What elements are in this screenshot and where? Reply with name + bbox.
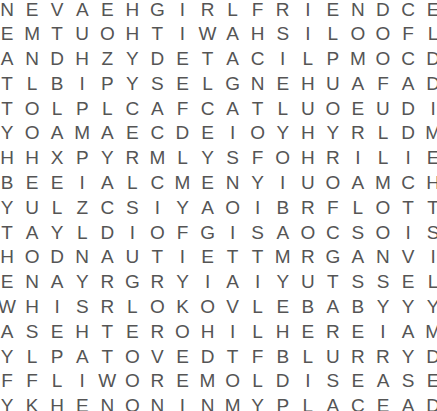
cell-r1c5[interactable]: E [95, 0, 120, 21]
cell-r12c17[interactable]: E [396, 269, 421, 294]
cell-r14c8[interactable]: O [170, 319, 195, 344]
cell-r8c8[interactable]: M [170, 170, 195, 195]
cell-r17c13[interactable]: L [295, 393, 320, 411]
cell-r5c1[interactable]: T [0, 96, 20, 121]
cell-r3c6[interactable]: Y [120, 46, 145, 71]
cell-r13c11[interactable]: L [245, 294, 270, 319]
cell-r16c8[interactable]: E [170, 369, 195, 394]
cell-r14c7[interactable]: R [145, 319, 170, 344]
cell-r2c15[interactable]: O [345, 21, 370, 46]
cell-r3c17[interactable]: C [396, 46, 421, 71]
cell-r10c10[interactable]: I [220, 220, 245, 245]
cell-r16c11[interactable]: L [245, 369, 270, 394]
cell-r14c11[interactable]: L [245, 319, 270, 344]
cell-r10c14[interactable]: C [320, 220, 345, 245]
cell-r4c12[interactable]: E [270, 71, 295, 96]
cell-r15c11[interactable]: F [245, 344, 270, 369]
cell-r15c15[interactable]: R [345, 344, 370, 369]
cell-r3c11[interactable]: C [245, 46, 270, 71]
cell-r12c18[interactable]: L [421, 269, 437, 294]
cell-r3c14[interactable]: P [320, 46, 345, 71]
cell-r9c17[interactable]: T [396, 195, 421, 220]
cell-r17c6[interactable]: O [120, 393, 145, 411]
cell-r8c14[interactable]: O [320, 170, 345, 195]
cell-r7c15[interactable]: I [345, 145, 370, 170]
cell-r5c7[interactable]: A [145, 96, 170, 121]
cell-r11c18[interactable]: I [421, 245, 437, 270]
cell-r1c1[interactable]: N [0, 0, 20, 21]
cell-r3c1[interactable]: A [0, 46, 20, 71]
cell-r7c5[interactable]: Y [95, 145, 120, 170]
cell-r5c13[interactable]: U [295, 96, 320, 121]
cell-r9c2[interactable]: U [20, 195, 45, 220]
cell-r1c9[interactable]: R [195, 0, 220, 21]
cell-r11c14[interactable]: G [320, 245, 345, 270]
cell-r7c1[interactable]: H [0, 145, 20, 170]
cell-r14c17[interactable]: A [396, 319, 421, 344]
cell-r13c6[interactable]: L [120, 294, 145, 319]
cell-r11c8[interactable]: I [170, 245, 195, 270]
cell-r15c8[interactable]: E [170, 344, 195, 369]
cell-r13c13[interactable]: B [295, 294, 320, 319]
cell-r2c2[interactable]: M [20, 21, 45, 46]
cell-r15c10[interactable]: T [220, 344, 245, 369]
cell-r7c18[interactable]: E [421, 145, 437, 170]
cell-r14c16[interactable]: I [370, 319, 395, 344]
cell-r12c16[interactable]: S [370, 269, 395, 294]
cell-r4c10[interactable]: G [220, 71, 245, 96]
cell-r2c6[interactable]: H [120, 21, 145, 46]
cell-r11c11[interactable]: T [245, 245, 270, 270]
cell-r10c5[interactable]: D [95, 220, 120, 245]
cell-r8c7[interactable]: C [145, 170, 170, 195]
cell-r1c11[interactable]: F [245, 0, 270, 21]
cell-r7c9[interactable]: Y [195, 145, 220, 170]
cell-r16c3[interactable]: L [45, 369, 70, 394]
cell-r17c17[interactable]: A [396, 393, 421, 411]
cell-r6c12[interactable]: Y [270, 121, 295, 146]
cell-r12c9[interactable]: I [195, 269, 220, 294]
cell-r17c3[interactable]: H [45, 393, 70, 411]
cell-r10c9[interactable]: G [195, 220, 220, 245]
cell-r9c18[interactable]: T [421, 195, 437, 220]
cell-r3c4[interactable]: H [70, 46, 95, 71]
cell-r5c12[interactable]: L [270, 96, 295, 121]
cell-r14c4[interactable]: H [70, 319, 95, 344]
cell-r5c4[interactable]: P [70, 96, 95, 121]
cell-r8c2[interactable]: E [20, 170, 45, 195]
cell-r15c1[interactable]: Y [0, 344, 20, 369]
cell-r9c3[interactable]: L [45, 195, 70, 220]
cell-r2c18[interactable]: L [421, 21, 437, 46]
cell-r4c17[interactable]: A [396, 71, 421, 96]
cell-r15c2[interactable]: L [20, 344, 45, 369]
cell-r11c16[interactable]: N [370, 245, 395, 270]
cell-r12c10[interactable]: A [220, 269, 245, 294]
cell-r7c14[interactable]: R [320, 145, 345, 170]
cell-r1c12[interactable]: R [270, 0, 295, 21]
cell-r3c3[interactable]: D [45, 46, 70, 71]
cell-r8c18[interactable]: H [421, 170, 437, 195]
cell-r2c4[interactable]: U [70, 21, 95, 46]
cell-r4c7[interactable]: S [145, 71, 170, 96]
cell-r15c7[interactable]: V [145, 344, 170, 369]
cell-r4c4[interactable]: I [70, 71, 95, 96]
cell-r12c6[interactable]: G [120, 269, 145, 294]
cell-r10c18[interactable]: S [421, 220, 437, 245]
cell-r16c9[interactable]: M [195, 369, 220, 394]
cell-r15c4[interactable]: A [70, 344, 95, 369]
cell-r15c12[interactable]: B [270, 344, 295, 369]
cell-r5c5[interactable]: L [95, 96, 120, 121]
cell-r5c16[interactable]: U [370, 96, 395, 121]
cell-r14c2[interactable]: S [20, 319, 45, 344]
cell-r12c15[interactable]: S [345, 269, 370, 294]
cell-r13c4[interactable]: S [70, 294, 95, 319]
cell-r6c15[interactable]: R [345, 121, 370, 146]
cell-r15c9[interactable]: D [195, 344, 220, 369]
cell-r3c16[interactable]: O [370, 46, 395, 71]
cell-r1c14[interactable]: E [320, 0, 345, 21]
cell-r5c10[interactable]: A [220, 96, 245, 121]
cell-r1c3[interactable]: V [45, 0, 70, 21]
cell-r1c13[interactable]: I [295, 0, 320, 21]
cell-r3c8[interactable]: E [170, 46, 195, 71]
cell-r8c13[interactable]: U [295, 170, 320, 195]
cell-r16c18[interactable]: E [421, 369, 437, 394]
cell-r5c15[interactable]: E [345, 96, 370, 121]
cell-r10c8[interactable]: F [170, 220, 195, 245]
cell-r1c16[interactable]: D [370, 0, 395, 21]
cell-r5c8[interactable]: F [170, 96, 195, 121]
cell-r13c1[interactable]: W [0, 294, 20, 319]
cell-r4c15[interactable]: A [345, 71, 370, 96]
cell-r9c14[interactable]: F [320, 195, 345, 220]
cell-r15c16[interactable]: R [370, 344, 395, 369]
cell-r7c10[interactable]: S [220, 145, 245, 170]
cell-r6c4[interactable]: M [70, 121, 95, 146]
cell-r17c2[interactable]: K [20, 393, 45, 411]
cell-r2c13[interactable]: I [295, 21, 320, 46]
cell-r17c12[interactable]: P [270, 393, 295, 411]
cell-r3c2[interactable]: N [20, 46, 45, 71]
cell-r11c10[interactable]: T [220, 245, 245, 270]
cell-r10c7[interactable]: O [145, 220, 170, 245]
cell-r17c8[interactable]: I [170, 393, 195, 411]
cell-r8c9[interactable]: E [195, 170, 220, 195]
cell-r8c6[interactable]: L [120, 170, 145, 195]
cell-r14c15[interactable]: E [345, 319, 370, 344]
cell-r17c15[interactable]: C [345, 393, 370, 411]
cell-r3c10[interactable]: A [220, 46, 245, 71]
cell-r6c13[interactable]: H [295, 121, 320, 146]
cell-r11c6[interactable]: U [120, 245, 145, 270]
cell-r12c1[interactable]: E [0, 269, 20, 294]
cell-r3c12[interactable]: I [270, 46, 295, 71]
cell-r10c12[interactable]: A [270, 220, 295, 245]
cell-r11c3[interactable]: D [45, 245, 70, 270]
cell-r9c15[interactable]: L [345, 195, 370, 220]
cell-r7c17[interactable]: I [396, 145, 421, 170]
cell-r5c11[interactable]: T [245, 96, 270, 121]
cell-r3c15[interactable]: M [345, 46, 370, 71]
cell-r15c5[interactable]: T [95, 344, 120, 369]
cell-r14c6[interactable]: E [120, 319, 145, 344]
cell-r5c9[interactable]: C [195, 96, 220, 121]
cell-r15c14[interactable]: U [320, 344, 345, 369]
cell-r17c18[interactable]: D [421, 393, 437, 411]
cell-r6c2[interactable]: O [20, 121, 45, 146]
cell-r16c14[interactable]: S [320, 369, 345, 394]
cell-r1c8[interactable]: I [170, 0, 195, 21]
cell-r11c13[interactable]: R [295, 245, 320, 270]
cell-r9c6[interactable]: S [120, 195, 145, 220]
cell-r10c2[interactable]: A [20, 220, 45, 245]
cell-r8c12[interactable]: I [270, 170, 295, 195]
cell-r7c13[interactable]: H [295, 145, 320, 170]
cell-r13c2[interactable]: H [20, 294, 45, 319]
cell-r2c5[interactable]: O [95, 21, 120, 46]
cell-r15c3[interactable]: P [45, 344, 70, 369]
cell-r3c18[interactable]: D [421, 46, 437, 71]
cell-r9c12[interactable]: B [270, 195, 295, 220]
cell-r16c1[interactable]: F [0, 369, 20, 394]
cell-r9c9[interactable]: A [195, 195, 220, 220]
cell-r13c15[interactable]: B [345, 294, 370, 319]
cell-r17c10[interactable]: M [220, 393, 245, 411]
cell-r2c17[interactable]: F [396, 21, 421, 46]
cell-r4c14[interactable]: U [320, 71, 345, 96]
cell-r17c14[interactable]: A [320, 393, 345, 411]
cell-r10c11[interactable]: S [245, 220, 270, 245]
cell-r6c11[interactable]: O [245, 121, 270, 146]
cell-r3c5[interactable]: Z [95, 46, 120, 71]
cell-r7c7[interactable]: M [145, 145, 170, 170]
cell-r16c17[interactable]: S [396, 369, 421, 394]
cell-r6c9[interactable]: E [195, 121, 220, 146]
cell-r12c5[interactable]: R [95, 269, 120, 294]
cell-r10c13[interactable]: O [295, 220, 320, 245]
cell-r13c14[interactable]: A [320, 294, 345, 319]
cell-r13c17[interactable]: Y [396, 294, 421, 319]
cell-r6c16[interactable]: L [370, 121, 395, 146]
cell-r16c5[interactable]: W [95, 369, 120, 394]
cell-r13c3[interactable]: I [45, 294, 70, 319]
cell-r17c5[interactable]: N [95, 393, 120, 411]
cell-r10c3[interactable]: Y [45, 220, 70, 245]
cell-r14c10[interactable]: I [220, 319, 245, 344]
cell-r13c12[interactable]: E [270, 294, 295, 319]
cell-r15c18[interactable]: D [421, 344, 437, 369]
cell-r4c13[interactable]: H [295, 71, 320, 96]
cell-r13c10[interactable]: V [220, 294, 245, 319]
cell-r5c18[interactable]: I [421, 96, 437, 121]
cell-r13c5[interactable]: R [95, 294, 120, 319]
cell-r7c2[interactable]: H [20, 145, 45, 170]
cell-r6c1[interactable]: Y [0, 121, 20, 146]
cell-r16c4[interactable]: I [70, 369, 95, 394]
cell-r3c13[interactable]: L [295, 46, 320, 71]
cell-r12c7[interactable]: R [145, 269, 170, 294]
cell-r10c15[interactable]: S [345, 220, 370, 245]
cell-r7c6[interactable]: R [120, 145, 145, 170]
cell-r17c16[interactable]: E [370, 393, 395, 411]
cell-r14c5[interactable]: T [95, 319, 120, 344]
cell-r9c4[interactable]: Z [70, 195, 95, 220]
cell-r12c8[interactable]: Y [170, 269, 195, 294]
cell-r4c3[interactable]: B [45, 71, 70, 96]
cell-r17c4[interactable]: E [70, 393, 95, 411]
cell-r3c9[interactable]: T [195, 46, 220, 71]
cell-r11c9[interactable]: E [195, 245, 220, 270]
cell-r9c7[interactable]: I [145, 195, 170, 220]
cell-r2c11[interactable]: H [245, 21, 270, 46]
cell-r1c17[interactable]: C [396, 0, 421, 21]
cell-r2c3[interactable]: T [45, 21, 70, 46]
cell-r7c11[interactable]: F [245, 145, 270, 170]
cell-r14c1[interactable]: A [0, 319, 20, 344]
cell-r17c11[interactable]: Y [245, 393, 270, 411]
cell-r13c18[interactable]: Y [421, 294, 437, 319]
cell-r4c18[interactable]: D [421, 71, 437, 96]
cell-r1c10[interactable]: L [220, 0, 245, 21]
cell-r1c4[interactable]: A [70, 0, 95, 21]
cell-r16c2[interactable]: F [20, 369, 45, 394]
cell-r5c14[interactable]: O [320, 96, 345, 121]
cell-r9c10[interactable]: O [220, 195, 245, 220]
cell-r17c7[interactable]: N [145, 393, 170, 411]
cell-r17c1[interactable]: Y [0, 393, 20, 411]
cell-r13c8[interactable]: K [170, 294, 195, 319]
cell-r1c7[interactable]: G [145, 0, 170, 21]
cell-r3c7[interactable]: D [145, 46, 170, 71]
cell-r12c4[interactable]: Y [70, 269, 95, 294]
cell-r14c12[interactable]: H [270, 319, 295, 344]
cell-r9c13[interactable]: R [295, 195, 320, 220]
cell-r11c15[interactable]: A [345, 245, 370, 270]
cell-r11c2[interactable]: O [20, 245, 45, 270]
cell-r11c1[interactable]: H [0, 245, 20, 270]
cell-r12c3[interactable]: A [45, 269, 70, 294]
cell-r8c1[interactable]: B [0, 170, 20, 195]
cell-r12c13[interactable]: U [295, 269, 320, 294]
cell-r6c18[interactable]: M [421, 121, 437, 146]
cell-r11c17[interactable]: V [396, 245, 421, 270]
cell-r2c14[interactable]: L [320, 21, 345, 46]
cell-r12c12[interactable]: Y [270, 269, 295, 294]
cell-r12c2[interactable]: N [20, 269, 45, 294]
cell-r9c11[interactable]: I [245, 195, 270, 220]
cell-r13c7[interactable]: O [145, 294, 170, 319]
cell-r14c9[interactable]: H [195, 319, 220, 344]
cell-r10c6[interactable]: I [120, 220, 145, 245]
cell-r6c5[interactable]: A [95, 121, 120, 146]
cell-r4c2[interactable]: L [20, 71, 45, 96]
cell-r6c17[interactable]: D [396, 121, 421, 146]
cell-r1c18[interactable]: E [421, 0, 437, 21]
cell-r17c9[interactable]: N [195, 393, 220, 411]
cell-r8c16[interactable]: M [370, 170, 395, 195]
cell-r16c7[interactable]: R [145, 369, 170, 394]
cell-r2c16[interactable]: O [370, 21, 395, 46]
cell-r9c1[interactable]: Y [0, 195, 20, 220]
cell-r14c3[interactable]: E [45, 319, 70, 344]
cell-r11c5[interactable]: A [95, 245, 120, 270]
cell-r13c16[interactable]: Y [370, 294, 395, 319]
cell-r2c7[interactable]: T [145, 21, 170, 46]
cell-r5c2[interactable]: O [20, 96, 45, 121]
cell-r15c13[interactable]: L [295, 344, 320, 369]
cell-r2c12[interactable]: S [270, 21, 295, 46]
cell-r16c16[interactable]: A [370, 369, 395, 394]
cell-r16c15[interactable]: E [345, 369, 370, 394]
cell-r8c3[interactable]: E [45, 170, 70, 195]
cell-r9c8[interactable]: Y [170, 195, 195, 220]
cell-r1c6[interactable]: H [120, 0, 145, 21]
cell-r14c14[interactable]: R [320, 319, 345, 344]
cell-r4c16[interactable]: F [370, 71, 395, 96]
cell-r5c3[interactable]: L [45, 96, 70, 121]
cell-r11c12[interactable]: M [270, 245, 295, 270]
cell-r15c17[interactable]: Y [396, 344, 421, 369]
cell-r10c1[interactable]: T [0, 220, 20, 245]
cell-r6c3[interactable]: A [45, 121, 70, 146]
cell-r16c10[interactable]: O [220, 369, 245, 394]
cell-r7c8[interactable]: L [170, 145, 195, 170]
cell-r10c4[interactable]: L [70, 220, 95, 245]
cell-r8c11[interactable]: Y [245, 170, 270, 195]
cell-r5c17[interactable]: D [396, 96, 421, 121]
cell-r16c6[interactable]: O [120, 369, 145, 394]
cell-r6c8[interactable]: D [170, 121, 195, 146]
cell-r12c14[interactable]: T [320, 269, 345, 294]
cell-r7c4[interactable]: P [70, 145, 95, 170]
cell-r6c7[interactable]: C [145, 121, 170, 146]
cell-r14c18[interactable]: M [421, 319, 437, 344]
cell-r4c11[interactable]: N [245, 71, 270, 96]
cell-r9c16[interactable]: O [370, 195, 395, 220]
cell-r8c17[interactable]: C [396, 170, 421, 195]
cell-r2c8[interactable]: I [170, 21, 195, 46]
cell-r6c6[interactable]: E [120, 121, 145, 146]
cell-r11c7[interactable]: T [145, 245, 170, 270]
cell-r7c3[interactable]: X [45, 145, 70, 170]
cell-r14c13[interactable]: E [295, 319, 320, 344]
cell-r4c8[interactable]: E [170, 71, 195, 96]
cell-r10c16[interactable]: O [370, 220, 395, 245]
cell-r8c4[interactable]: I [70, 170, 95, 195]
cell-r4c6[interactable]: Y [120, 71, 145, 96]
cell-r16c12[interactable]: D [270, 369, 295, 394]
cell-r9c5[interactable]: C [95, 195, 120, 220]
cell-r16c13[interactable]: I [295, 369, 320, 394]
cell-r10c17[interactable]: I [396, 220, 421, 245]
cell-r12c11[interactable]: I [245, 269, 270, 294]
cell-r7c16[interactable]: L [370, 145, 395, 170]
cell-r6c14[interactable]: Y [320, 121, 345, 146]
cell-r15c6[interactable]: O [120, 344, 145, 369]
cell-r7c12[interactable]: O [270, 145, 295, 170]
cell-r6c10[interactable]: I [220, 121, 245, 146]
cell-r4c9[interactable]: L [195, 71, 220, 96]
cell-r8c5[interactable]: A [95, 170, 120, 195]
cell-r4c5[interactable]: P [95, 71, 120, 96]
cell-r2c10[interactable]: A [220, 21, 245, 46]
cell-r5c6[interactable]: C [120, 96, 145, 121]
cell-r8c15[interactable]: A [345, 170, 370, 195]
cell-r1c15[interactable]: N [345, 0, 370, 21]
cell-r13c9[interactable]: O [195, 294, 220, 319]
